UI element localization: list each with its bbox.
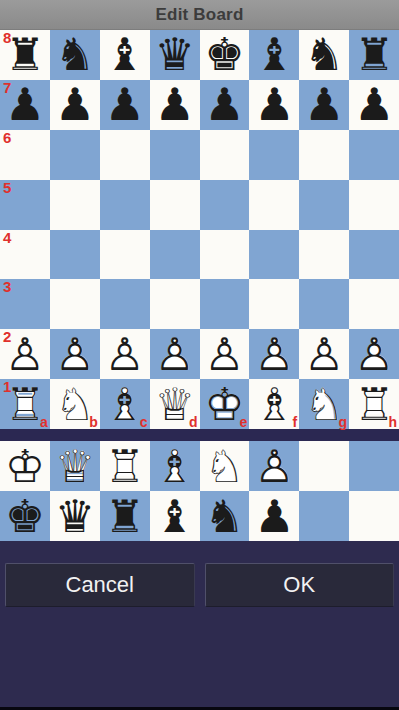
file-label-e: e — [240, 415, 248, 430]
square-h6[interactable] — [349, 130, 399, 180]
black-pawn-piece: ♟ — [254, 82, 294, 127]
square-g6[interactable] — [299, 130, 349, 180]
square-e1[interactable]: ♚♔e — [200, 379, 250, 429]
black-queen-piece: ♛ — [154, 32, 194, 77]
black-bishop-piece: ♝ — [254, 32, 294, 77]
white-king-piece: ♚♔ — [204, 382, 244, 427]
palette-white-pawn[interactable]: ♟♙ — [249, 441, 299, 491]
square-g7[interactable]: ♟ — [299, 80, 349, 130]
rank-label-5: 5 — [3, 180, 11, 196]
square-d6[interactable] — [150, 130, 200, 180]
square-b5[interactable] — [50, 180, 100, 230]
black-pawn-piece: ♟ — [304, 82, 344, 127]
square-a6[interactable]: 6 — [0, 130, 50, 180]
square-h3[interactable] — [349, 279, 399, 329]
square-g4[interactable] — [299, 230, 349, 280]
square-d4[interactable] — [150, 230, 200, 280]
square-h4[interactable] — [349, 230, 399, 280]
palette-row-white: ♚♔♛♕♜♖♝♗♞♘♟♙ — [0, 441, 399, 491]
square-b7[interactable]: ♟ — [50, 80, 100, 130]
black-king-piece: ♚ — [5, 494, 45, 539]
square-f8[interactable]: ♝ — [249, 30, 299, 80]
square-c8[interactable]: ♝ — [100, 30, 150, 80]
white-bishop-piece: ♝♗ — [254, 382, 294, 427]
file-label-b: b — [89, 415, 98, 430]
square-e5[interactable] — [200, 180, 250, 230]
square-e7[interactable]: ♟ — [200, 80, 250, 130]
palette-black-queen[interactable]: ♛ — [50, 491, 100, 541]
white-pawn-piece: ♟♙ — [254, 444, 294, 489]
square-c3[interactable] — [100, 279, 150, 329]
black-knight-piece: ♞ — [304, 32, 344, 77]
edit-board-screen: Edit Board ♜8♞♝♛♚♝♞♜♟7♟♟♟♟♟♟♟6543♟♙2♟♙♟♙… — [0, 0, 399, 710]
square-e8[interactable]: ♚ — [200, 30, 250, 80]
file-label-d: d — [189, 415, 198, 430]
square-a3[interactable]: 3 — [0, 279, 50, 329]
square-c5[interactable] — [100, 180, 150, 230]
palette-black-bishop[interactable]: ♝ — [150, 491, 200, 541]
button-row: Cancel OK — [0, 541, 399, 607]
black-pawn-piece: ♟ — [105, 82, 145, 127]
palette-white-rook[interactable]: ♜♖ — [100, 441, 150, 491]
black-bishop-piece: ♝ — [105, 32, 145, 77]
square-h7[interactable]: ♟ — [349, 80, 399, 130]
file-label-h: h — [388, 415, 397, 430]
palette-white-king[interactable]: ♚♔ — [0, 441, 50, 491]
cancel-button[interactable]: Cancel — [5, 563, 195, 607]
square-a4[interactable]: 4 — [0, 230, 50, 280]
palette-row-black: ♚♛♜♝♞♟ — [0, 491, 399, 541]
square-d2[interactable]: ♟♙ — [150, 329, 200, 379]
square-b8[interactable]: ♞ — [50, 30, 100, 80]
square-f5[interactable] — [249, 180, 299, 230]
white-pawn-piece: ♟♙ — [154, 332, 194, 377]
white-pawn-piece: ♟♙ — [55, 332, 95, 377]
square-c2[interactable]: ♟♙ — [100, 329, 150, 379]
rank-label-8: 8 — [3, 30, 11, 46]
square-c6[interactable] — [100, 130, 150, 180]
square-c1[interactable]: ♝♗c — [100, 379, 150, 429]
palette-black-pawn[interactable]: ♟ — [249, 491, 299, 541]
square-e6[interactable] — [200, 130, 250, 180]
rank-label-3: 3 — [3, 279, 11, 295]
square-f1[interactable]: ♝♗f — [249, 379, 299, 429]
palette-empty-cell — [349, 441, 399, 491]
white-knight-piece: ♞♘ — [204, 444, 244, 489]
palette-black-rook[interactable]: ♜ — [100, 491, 150, 541]
white-queen-piece: ♛♕ — [55, 444, 95, 489]
square-b3[interactable] — [50, 279, 100, 329]
page-title: Edit Board — [156, 5, 244, 25]
black-knight-piece: ♞ — [204, 494, 244, 539]
square-f2[interactable]: ♟♙ — [249, 329, 299, 379]
rank-label-2: 2 — [3, 329, 11, 345]
black-pawn-piece: ♟ — [55, 82, 95, 127]
square-d1[interactable]: ♛♕d — [150, 379, 200, 429]
palette-black-king[interactable]: ♚ — [0, 491, 50, 541]
black-pawn-piece: ♟ — [254, 494, 294, 539]
square-a8[interactable]: ♜8 — [0, 30, 50, 80]
square-h2[interactable]: ♟♙ — [349, 329, 399, 379]
header-bar: Edit Board — [0, 0, 399, 30]
palette-empty-cell — [349, 491, 399, 541]
square-f3[interactable] — [249, 279, 299, 329]
black-rook-piece: ♜ — [354, 32, 394, 77]
file-label-f: f — [293, 415, 298, 430]
square-h5[interactable] — [349, 180, 399, 230]
palette-empty-cell — [299, 441, 349, 491]
piece-palette: ♚♔♛♕♜♖♝♗♞♘♟♙♚♛♜♝♞♟ — [0, 441, 399, 541]
black-king-piece: ♚ — [204, 32, 244, 77]
square-e2[interactable]: ♟♙ — [200, 329, 250, 379]
square-a2[interactable]: ♟♙2 — [0, 329, 50, 379]
square-a7[interactable]: ♟7 — [0, 80, 50, 130]
bottom-panel: Cancel OK — [0, 541, 399, 710]
rank-label-1: 1 — [3, 379, 11, 395]
palette-black-knight[interactable]: ♞ — [200, 491, 250, 541]
rank-label-7: 7 — [3, 80, 11, 96]
white-pawn-piece: ♟♙ — [204, 332, 244, 377]
black-knight-piece: ♞ — [55, 32, 95, 77]
black-pawn-piece: ♟ — [204, 82, 244, 127]
square-g5[interactable] — [299, 180, 349, 230]
square-b4[interactable] — [50, 230, 100, 280]
square-c4[interactable] — [100, 230, 150, 280]
white-rook-piece: ♜♖ — [105, 444, 145, 489]
square-g8[interactable]: ♞ — [299, 30, 349, 80]
white-pawn-piece: ♟♙ — [105, 332, 145, 377]
square-d3[interactable] — [150, 279, 200, 329]
square-b2[interactable]: ♟♙ — [50, 329, 100, 379]
palette-white-bishop[interactable]: ♝♗ — [150, 441, 200, 491]
file-label-a: a — [40, 415, 48, 430]
square-f6[interactable] — [249, 130, 299, 180]
square-g1[interactable]: ♞♘g — [299, 379, 349, 429]
black-rook-piece: ♜ — [105, 494, 145, 539]
file-label-c: c — [140, 415, 148, 430]
black-queen-piece: ♛ — [55, 494, 95, 539]
rank-label-4: 4 — [3, 230, 11, 246]
square-b1[interactable]: ♞♘b — [50, 379, 100, 429]
square-c7[interactable]: ♟ — [100, 80, 150, 130]
square-d7[interactable]: ♟ — [150, 80, 200, 130]
square-d5[interactable] — [150, 180, 200, 230]
palette-white-knight[interactable]: ♞♘ — [200, 441, 250, 491]
white-bishop-piece: ♝♗ — [154, 444, 194, 489]
square-f7[interactable]: ♟ — [249, 80, 299, 130]
square-e4[interactable] — [200, 230, 250, 280]
rank-label-6: 6 — [3, 130, 11, 146]
square-b6[interactable] — [50, 130, 100, 180]
white-pawn-piece: ♟♙ — [304, 332, 344, 377]
square-a5[interactable]: 5 — [0, 180, 50, 230]
white-king-piece: ♚♔ — [5, 444, 45, 489]
ok-button[interactable]: OK — [205, 563, 395, 607]
black-pawn-piece: ♟ — [354, 82, 394, 127]
palette-empty-cell — [299, 491, 349, 541]
square-h8[interactable]: ♜ — [349, 30, 399, 80]
square-g3[interactable] — [299, 279, 349, 329]
square-e3[interactable] — [200, 279, 250, 329]
square-f4[interactable] — [249, 230, 299, 280]
square-g2[interactable]: ♟♙ — [299, 329, 349, 379]
square-h1[interactable]: ♜♖h — [349, 379, 399, 429]
white-pawn-piece: ♟♙ — [354, 332, 394, 377]
file-label-g: g — [339, 415, 348, 430]
square-d8[interactable]: ♛ — [150, 30, 200, 80]
chess-board: ♜8♞♝♛♚♝♞♜♟7♟♟♟♟♟♟♟6543♟♙2♟♙♟♙♟♙♟♙♟♙♟♙♟♙♜… — [0, 30, 399, 429]
black-bishop-piece: ♝ — [154, 494, 194, 539]
black-pawn-piece: ♟ — [154, 82, 194, 127]
palette-white-queen[interactable]: ♛♕ — [50, 441, 100, 491]
square-a1[interactable]: ♜♖1a — [0, 379, 50, 429]
white-pawn-piece: ♟♙ — [254, 332, 294, 377]
white-bishop-piece: ♝♗ — [105, 382, 145, 427]
